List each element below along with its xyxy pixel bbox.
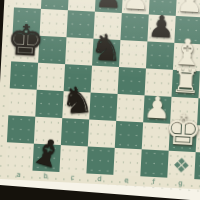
square-a4	[10, 61, 38, 89]
piece-black-pawn: ♟	[147, 11, 175, 42]
square-g1: ❖	[167, 151, 195, 179]
photo-scene: ♟♟♟♟♚♞♝♜♞♟♚♝❖ abcdefgh	[0, 0, 200, 200]
corner-ornament-icon: ❖	[172, 152, 191, 177]
square-e5	[119, 40, 147, 68]
square-c5	[65, 37, 93, 65]
piece-white-pawn: ♟	[122, 0, 150, 14]
square-b6	[40, 9, 68, 37]
file-label-b: b	[32, 171, 59, 182]
square-c4	[64, 64, 92, 92]
square-f4	[145, 68, 173, 96]
file-label-e: e	[113, 175, 140, 186]
square-b1: ♝	[32, 144, 60, 172]
square-h3	[197, 98, 200, 126]
square-d4	[91, 66, 119, 94]
square-a1	[5, 142, 33, 170]
square-g7: ♟	[176, 0, 200, 17]
square-d6	[93, 12, 121, 40]
square-h4	[198, 71, 200, 99]
square-g3	[170, 97, 198, 125]
square-c1	[59, 145, 87, 173]
square-f7	[149, 0, 177, 16]
square-g4: ♜	[172, 70, 200, 98]
file-label-f: f	[140, 176, 167, 187]
square-a3	[8, 88, 36, 116]
piece-white-pawn: ♟	[176, 0, 200, 17]
square-e4	[118, 67, 146, 95]
square-e1	[113, 148, 141, 176]
square-d3	[89, 93, 117, 121]
square-f5	[146, 41, 174, 69]
square-a2	[7, 115, 35, 143]
square-h1	[194, 152, 200, 180]
file-label-h: h	[194, 179, 200, 190]
square-f1	[140, 149, 168, 177]
board-grid: ♟♟♟♟♚♞♝♜♞♟♚♝❖	[5, 0, 200, 181]
file-label-a: a	[5, 169, 32, 180]
square-a5: ♚	[11, 34, 39, 62]
square-g2: ♚	[169, 124, 197, 152]
square-d2	[88, 120, 116, 148]
square-e2	[115, 121, 143, 149]
square-g6	[174, 16, 200, 44]
square-c3: ♞	[62, 91, 90, 119]
square-c2	[61, 118, 89, 146]
square-e3	[116, 94, 144, 122]
square-b5	[38, 36, 66, 64]
square-d5: ♞	[92, 39, 120, 67]
chess-board: ♟♟♟♟♚♞♝♜♞♟♚♝❖ abcdefgh	[0, 0, 200, 191]
square-d1	[86, 146, 114, 174]
square-f3: ♟	[143, 95, 171, 123]
square-e6	[120, 13, 148, 41]
piece-white-pawn: ♟	[143, 92, 171, 123]
square-b3	[35, 90, 63, 118]
square-a6	[13, 7, 41, 35]
file-label-d: d	[86, 173, 113, 184]
square-c6	[66, 10, 94, 38]
square-b4	[37, 63, 65, 91]
file-label-c: c	[59, 172, 86, 183]
square-f2	[142, 122, 170, 150]
square-g5: ♝	[173, 43, 200, 71]
square-h2	[196, 125, 200, 153]
file-label-g: g	[167, 178, 194, 189]
square-f6: ♟	[147, 14, 175, 42]
square-b2	[34, 117, 62, 145]
